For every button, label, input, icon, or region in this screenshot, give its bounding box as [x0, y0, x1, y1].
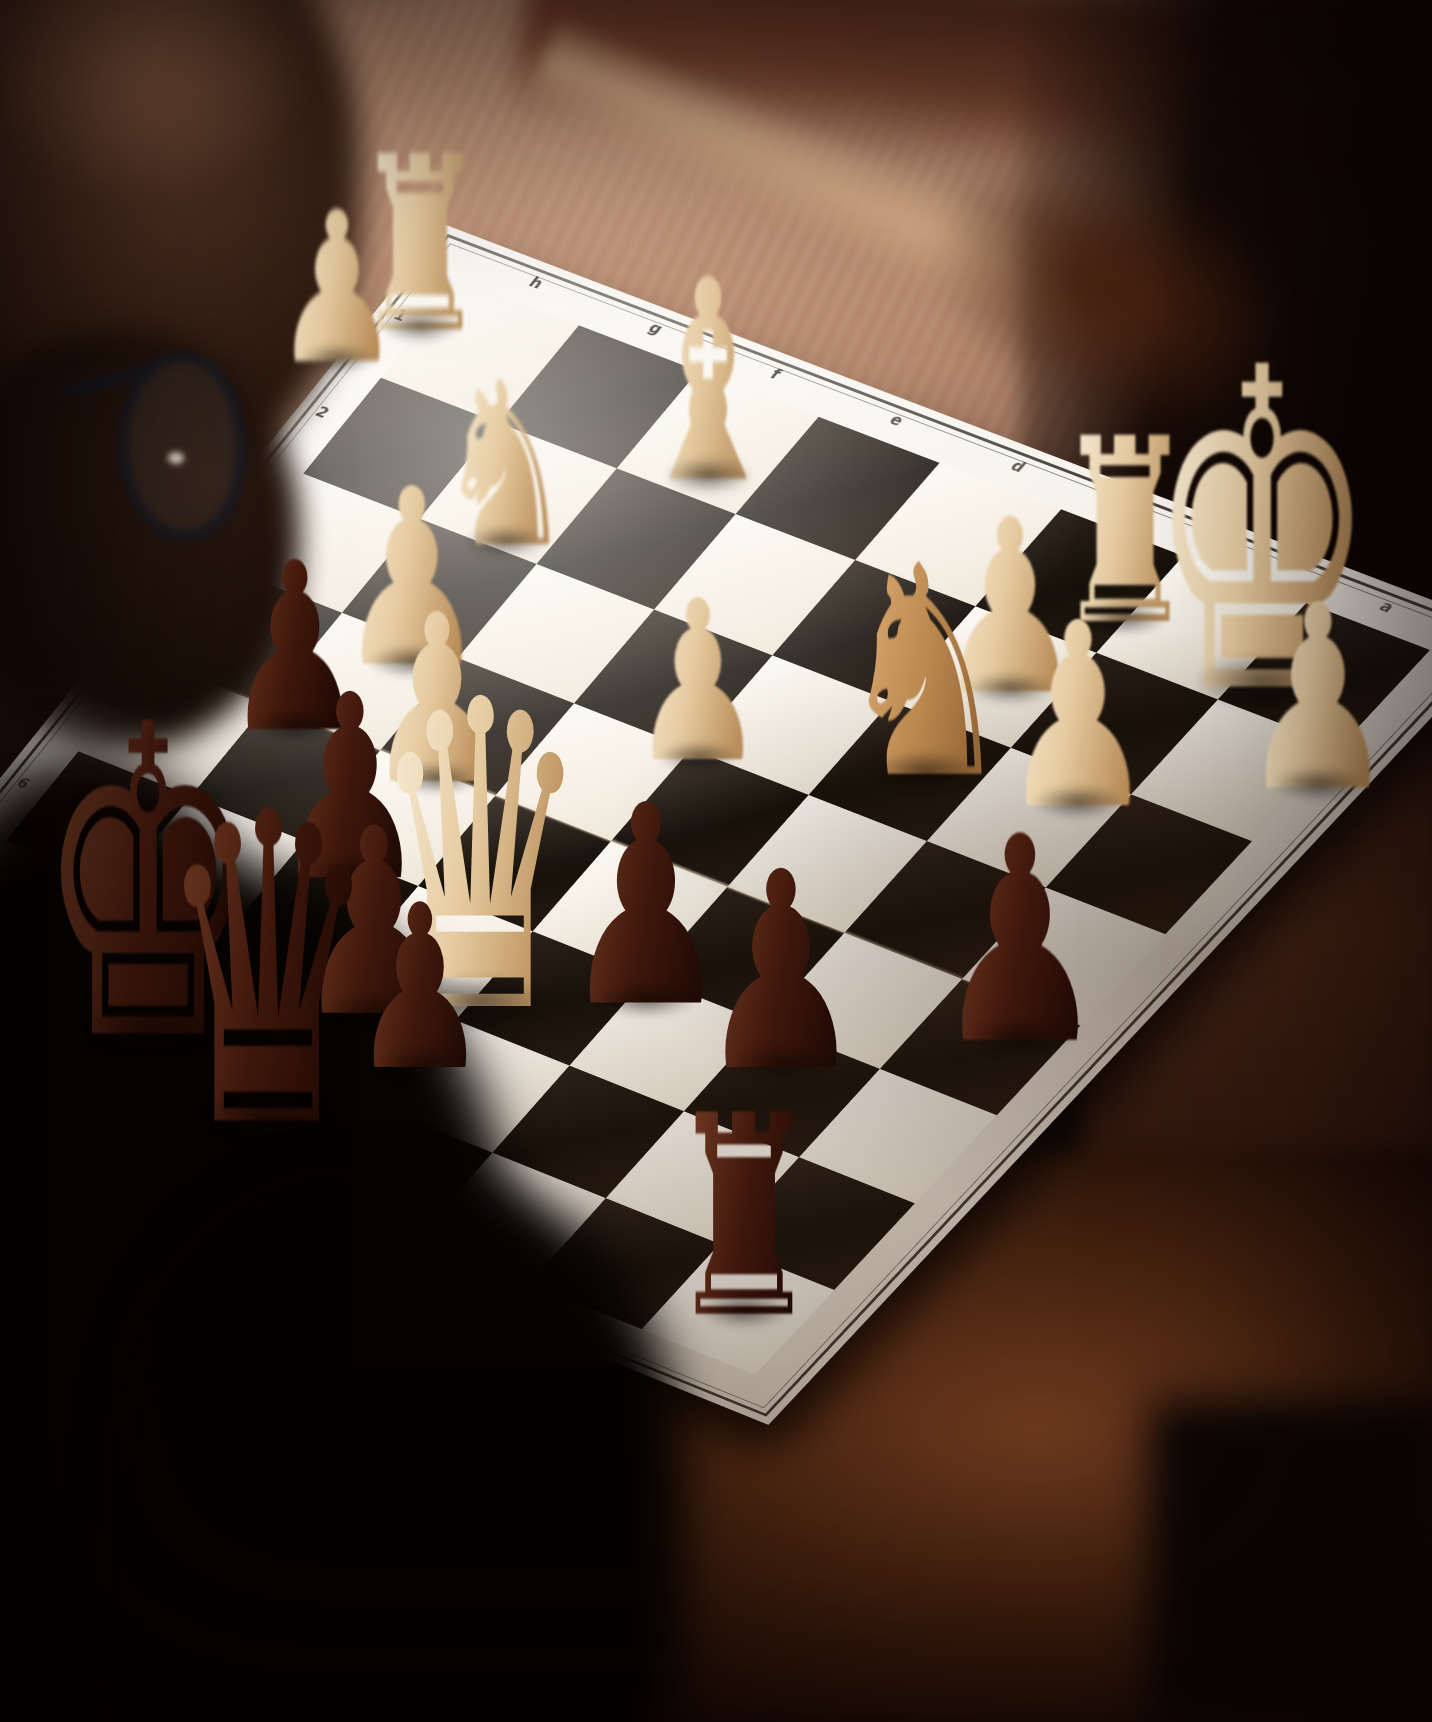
pieces-layer: ♜♟♝♞♜♟♚♟♟♟♞♟♟♟♟♟♛♟♚♟♟♟♛♜	[0, 0, 1432, 1722]
piece-white-pawn-a2[interactable]: ♟	[1240, 571, 1395, 826]
piece-black-pawn-a5[interactable]: ♟	[933, 800, 1106, 1084]
piece-black-queen-e8[interactable]: ♛	[156, 757, 379, 1186]
piece-white-bishop-f1[interactable]: ♝	[633, 244, 783, 522]
piece-white-pawn-h2[interactable]: ♟	[273, 184, 400, 393]
photo-stage: hgfedcba12345678 ♜♟♝♞♜♟♚♟♟♟♞♟♟♟♟♟♛♟♚♟♟♟♛…	[0, 0, 1432, 1722]
piece-black-rook-a8[interactable]: ♜	[667, 1080, 821, 1357]
